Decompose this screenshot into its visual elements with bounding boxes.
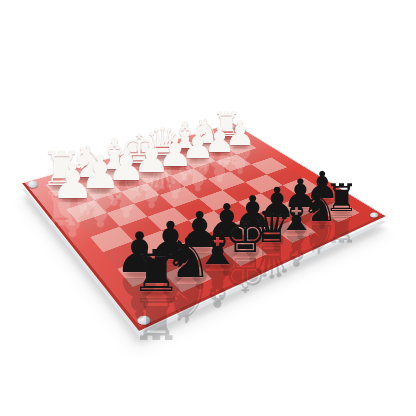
standoff-screw-icon [28,181,38,188]
piece-black-rook[interactable]: ♜ [325,179,359,217]
scene: ♜♜♞♞♝♝♚♚♛♛♝♝♞♞♜♜♟♟♟♟♟♟♟♟♟♟♟♟♟♟♟♟♟♟♟♟♟♟♟♟… [0,0,416,416]
standoff-screw-icon [370,212,378,217]
standoff-screw-icon [137,316,150,325]
piece-white-pawn[interactable]: ♟ [225,117,256,151]
